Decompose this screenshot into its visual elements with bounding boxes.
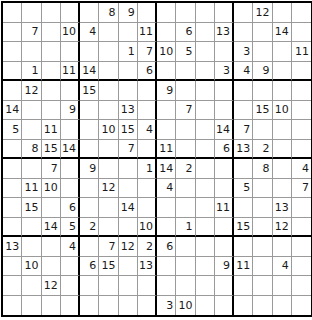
- cell-r15-c1[interactable]: [3, 276, 22, 296]
- cell-r7-c13[interactable]: 7: [234, 120, 253, 140]
- cell-r16-c12[interactable]: [215, 296, 234, 316]
- cell-r10-c10[interactable]: [176, 179, 195, 199]
- cell-r1-c12[interactable]: [215, 3, 234, 23]
- cell-r3-c4[interactable]: [61, 42, 80, 62]
- cell-r4-c5[interactable]: 14: [80, 62, 99, 82]
- cell-r9-c12[interactable]: [215, 159, 234, 179]
- cell-r3-c16[interactable]: 11: [292, 42, 311, 62]
- cell-r2-c11[interactable]: [196, 23, 215, 43]
- cell-r1-c10[interactable]: [176, 3, 195, 23]
- cell-r11-c12[interactable]: 11: [215, 198, 234, 218]
- cell-r10-c3[interactable]: 10: [42, 179, 61, 199]
- cell-r15-c6[interactable]: [99, 276, 118, 296]
- cell-r14-c15[interactable]: 4: [273, 257, 292, 277]
- cell-r8-c9[interactable]: 11: [157, 140, 176, 160]
- cell-r2-c4[interactable]: 10: [61, 23, 80, 43]
- cell-r13-c11[interactable]: [196, 237, 215, 257]
- cell-r15-c10[interactable]: [176, 276, 195, 296]
- cell-r4-c13[interactable]: 4: [234, 62, 253, 82]
- cell-r9-c7[interactable]: [119, 159, 138, 179]
- cell-r6-c8[interactable]: [138, 101, 157, 121]
- cell-r10-c5[interactable]: [80, 179, 99, 199]
- cell-r12-c5[interactable]: 2: [80, 218, 99, 238]
- cell-r2-c5[interactable]: 4: [80, 23, 99, 43]
- cell-r11-c10[interactable]: [176, 198, 195, 218]
- cell-r1-c5[interactable]: [80, 3, 99, 23]
- cell-r16-c16[interactable]: [292, 296, 311, 316]
- cell-r12-c8[interactable]: 10: [138, 218, 157, 238]
- cell-r1-c11[interactable]: [196, 3, 215, 23]
- cell-r2-c2[interactable]: 7: [22, 23, 41, 43]
- cell-r10-c15[interactable]: [273, 179, 292, 199]
- cell-r9-c6[interactable]: [99, 159, 118, 179]
- cell-r12-c6[interactable]: [99, 218, 118, 238]
- cell-r3-c7[interactable]: 1: [119, 42, 138, 62]
- cell-r14-c8[interactable]: 13: [138, 257, 157, 277]
- cell-r5-c16[interactable]: [292, 81, 311, 101]
- cell-r6-c13[interactable]: [234, 101, 253, 121]
- cell-r8-c6[interactable]: [99, 140, 118, 160]
- cell-r5-c10[interactable]: [176, 81, 195, 101]
- cell-r10-c13[interactable]: 5: [234, 179, 253, 199]
- cell-r16-c10[interactable]: 10: [176, 296, 195, 316]
- cell-r9-c3[interactable]: 7: [42, 159, 61, 179]
- cell-r4-c12[interactable]: 3: [215, 62, 234, 82]
- cell-r5-c3[interactable]: [42, 81, 61, 101]
- cell-r15-c8[interactable]: [138, 276, 157, 296]
- cell-r6-c6[interactable]: [99, 101, 118, 121]
- cell-r3-c2[interactable]: [22, 42, 41, 62]
- cell-r11-c8[interactable]: [138, 198, 157, 218]
- cell-r7-c14[interactable]: [253, 120, 272, 140]
- cell-r6-c3[interactable]: [42, 101, 61, 121]
- cell-r9-c15[interactable]: [273, 159, 292, 179]
- cell-r16-c1[interactable]: [3, 296, 22, 316]
- cell-r5-c15[interactable]: [273, 81, 292, 101]
- cell-r16-c15[interactable]: [273, 296, 292, 316]
- cell-r3-c5[interactable]: [80, 42, 99, 62]
- cell-r3-c10[interactable]: 5: [176, 42, 195, 62]
- cell-r12-c4[interactable]: 5: [61, 218, 80, 238]
- cell-r15-c12[interactable]: [215, 276, 234, 296]
- cell-r14-c5[interactable]: 6: [80, 257, 99, 277]
- cell-r11-c11[interactable]: [196, 198, 215, 218]
- cell-r2-c14[interactable]: [253, 23, 272, 43]
- cell-r1-c15[interactable]: [273, 3, 292, 23]
- cell-r14-c6[interactable]: 15: [99, 257, 118, 277]
- cell-r3-c8[interactable]: 7: [138, 42, 157, 62]
- cell-r10-c16[interactable]: 7: [292, 179, 311, 199]
- cell-r9-c8[interactable]: 1: [138, 159, 157, 179]
- cell-r16-c14[interactable]: [253, 296, 272, 316]
- cell-r2-c13[interactable]: [234, 23, 253, 43]
- cell-r13-c16[interactable]: [292, 237, 311, 257]
- cell-r12-c12[interactable]: [215, 218, 234, 238]
- cell-r15-c11[interactable]: [196, 276, 215, 296]
- cell-r12-c1[interactable]: [3, 218, 22, 238]
- cell-r14-c11[interactable]: [196, 257, 215, 277]
- cell-r9-c1[interactable]: [3, 159, 22, 179]
- cell-r11-c3[interactable]: [42, 198, 61, 218]
- cell-r7-c15[interactable]: [273, 120, 292, 140]
- cell-r5-c9[interactable]: 9: [157, 81, 176, 101]
- cell-r8-c4[interactable]: 14: [61, 140, 80, 160]
- cell-r1-c9[interactable]: [157, 3, 176, 23]
- cell-r7-c2[interactable]: [22, 120, 41, 140]
- cell-r12-c16[interactable]: [292, 218, 311, 238]
- cell-r4-c3[interactable]: [42, 62, 61, 82]
- cell-r6-c1[interactable]: 14: [3, 101, 22, 121]
- cell-r14-c4[interactable]: [61, 257, 80, 277]
- cell-r9-c2[interactable]: [22, 159, 41, 179]
- cell-r15-c7[interactable]: [119, 276, 138, 296]
- cell-r10-c14[interactable]: [253, 179, 272, 199]
- cell-r2-c3[interactable]: [42, 23, 61, 43]
- cell-r16-c3[interactable]: [42, 296, 61, 316]
- cell-r6-c10[interactable]: 7: [176, 101, 195, 121]
- cell-r4-c1[interactable]: [3, 62, 22, 82]
- cell-r10-c7[interactable]: [119, 179, 138, 199]
- sudoku-page: 8912710411613141710531111114634912159149…: [0, 0, 312, 320]
- cell-r7-c8[interactable]: 4: [138, 120, 157, 140]
- cell-r12-c9[interactable]: [157, 218, 176, 238]
- cell-r5-c4[interactable]: [61, 81, 80, 101]
- cell-r16-c6[interactable]: [99, 296, 118, 316]
- cell-r8-c11[interactable]: [196, 140, 215, 160]
- cell-r15-c14[interactable]: [253, 276, 272, 296]
- cell-r1-c14[interactable]: 12: [253, 3, 272, 23]
- cell-r15-c15[interactable]: [273, 276, 292, 296]
- cell-r2-c10[interactable]: 6: [176, 23, 195, 43]
- cell-r16-c4[interactable]: [61, 296, 80, 316]
- cell-r3-c11[interactable]: [196, 42, 215, 62]
- cell-r4-c4[interactable]: 11: [61, 62, 80, 82]
- cell-r6-c9[interactable]: [157, 101, 176, 121]
- cell-r5-c2[interactable]: 12: [22, 81, 41, 101]
- cell-r4-c10[interactable]: [176, 62, 195, 82]
- cell-r1-c3[interactable]: [42, 3, 61, 23]
- cell-r11-c2[interactable]: 15: [22, 198, 41, 218]
- cell-r10-c1[interactable]: [3, 179, 22, 199]
- cell-r4-c15[interactable]: [273, 62, 292, 82]
- cell-r11-c5[interactable]: [80, 198, 99, 218]
- cell-r13-c14[interactable]: [253, 237, 272, 257]
- cell-r5-c11[interactable]: [196, 81, 215, 101]
- cell-r13-c1[interactable]: 13: [3, 237, 22, 257]
- cell-r5-c5[interactable]: 15: [80, 81, 99, 101]
- cell-r14-c3[interactable]: [42, 257, 61, 277]
- cell-r8-c12[interactable]: 6: [215, 140, 234, 160]
- cell-r8-c16[interactable]: [292, 140, 311, 160]
- cell-r2-c6[interactable]: [99, 23, 118, 43]
- cell-r14-c13[interactable]: 11: [234, 257, 253, 277]
- cell-r14-c16[interactable]: [292, 257, 311, 277]
- cell-r15-c5[interactable]: [80, 276, 99, 296]
- cell-r10-c11[interactable]: [196, 179, 215, 199]
- cell-r16-c13[interactable]: [234, 296, 253, 316]
- cell-r13-c4[interactable]: 4: [61, 237, 80, 257]
- cell-r16-c9[interactable]: 3: [157, 296, 176, 316]
- cell-r7-c9[interactable]: [157, 120, 176, 140]
- cell-r14-c12[interactable]: 9: [215, 257, 234, 277]
- cell-r5-c14[interactable]: [253, 81, 272, 101]
- cell-r11-c4[interactable]: 6: [61, 198, 80, 218]
- cell-r3-c3[interactable]: [42, 42, 61, 62]
- cell-r10-c4[interactable]: [61, 179, 80, 199]
- cell-r16-c7[interactable]: [119, 296, 138, 316]
- cell-r14-c7[interactable]: [119, 257, 138, 277]
- cell-r13-c8[interactable]: 2: [138, 237, 157, 257]
- cell-r3-c12[interactable]: [215, 42, 234, 62]
- cell-r9-c5[interactable]: 9: [80, 159, 99, 179]
- cell-r10-c8[interactable]: [138, 179, 157, 199]
- cell-r10-c6[interactable]: 12: [99, 179, 118, 199]
- cell-r13-c13[interactable]: [234, 237, 253, 257]
- cell-r7-c3[interactable]: 11: [42, 120, 61, 140]
- cell-r7-c7[interactable]: 15: [119, 120, 138, 140]
- cell-r13-c7[interactable]: 12: [119, 237, 138, 257]
- cell-r6-c4[interactable]: 9: [61, 101, 80, 121]
- cell-r8-c7[interactable]: 7: [119, 140, 138, 160]
- cell-r15-c4[interactable]: [61, 276, 80, 296]
- cell-r7-c12[interactable]: 14: [215, 120, 234, 140]
- cell-r11-c9[interactable]: [157, 198, 176, 218]
- cell-r8-c10[interactable]: [176, 140, 195, 160]
- cell-r6-c11[interactable]: [196, 101, 215, 121]
- cell-r1-c13[interactable]: [234, 3, 253, 23]
- cell-r9-c4[interactable]: [61, 159, 80, 179]
- cell-r6-c14[interactable]: 15: [253, 101, 272, 121]
- cell-r12-c14[interactable]: [253, 218, 272, 238]
- cell-r2-c15[interactable]: 14: [273, 23, 292, 43]
- cell-r5-c7[interactable]: [119, 81, 138, 101]
- cell-r13-c12[interactable]: [215, 237, 234, 257]
- cell-r8-c2[interactable]: 8: [22, 140, 41, 160]
- cell-r7-c4[interactable]: [61, 120, 80, 140]
- cell-r16-c8[interactable]: [138, 296, 157, 316]
- cell-r2-c9[interactable]: [157, 23, 176, 43]
- cell-r2-c7[interactable]: [119, 23, 138, 43]
- cell-r16-c11[interactable]: [196, 296, 215, 316]
- cell-r12-c10[interactable]: 1: [176, 218, 195, 238]
- cell-r10-c2[interactable]: 11: [22, 179, 41, 199]
- cell-r4-c6[interactable]: [99, 62, 118, 82]
- cell-r6-c16[interactable]: [292, 101, 311, 121]
- cell-r8-c3[interactable]: 15: [42, 140, 61, 160]
- cell-r8-c15[interactable]: [273, 140, 292, 160]
- cell-r10-c9[interactable]: 4: [157, 179, 176, 199]
- cell-r3-c1[interactable]: [3, 42, 22, 62]
- cell-r15-c13[interactable]: [234, 276, 253, 296]
- cell-r3-c9[interactable]: 10: [157, 42, 176, 62]
- cell-r1-c8[interactable]: [138, 3, 157, 23]
- cell-r13-c2[interactable]: [22, 237, 41, 257]
- cell-r8-c1[interactable]: [3, 140, 22, 160]
- cell-r15-c2[interactable]: [22, 276, 41, 296]
- cell-r14-c2[interactable]: 10: [22, 257, 41, 277]
- cell-r7-c5[interactable]: [80, 120, 99, 140]
- cell-r6-c7[interactable]: 13: [119, 101, 138, 121]
- cell-r12-c13[interactable]: 15: [234, 218, 253, 238]
- cell-r13-c10[interactable]: [176, 237, 195, 257]
- cell-r4-c7[interactable]: [119, 62, 138, 82]
- cell-r16-c2[interactable]: [22, 296, 41, 316]
- cell-r7-c6[interactable]: 10: [99, 120, 118, 140]
- cell-r13-c3[interactable]: [42, 237, 61, 257]
- cell-r4-c16[interactable]: [292, 62, 311, 82]
- cell-r11-c7[interactable]: 14: [119, 198, 138, 218]
- cell-r4-c9[interactable]: [157, 62, 176, 82]
- cell-r11-c6[interactable]: [99, 198, 118, 218]
- cell-r1-c2[interactable]: [22, 3, 41, 23]
- cell-r11-c1[interactable]: [3, 198, 22, 218]
- cell-r1-c1[interactable]: [3, 3, 22, 23]
- cell-r11-c13[interactable]: [234, 198, 253, 218]
- cell-r6-c12[interactable]: [215, 101, 234, 121]
- cell-r7-c1[interactable]: 5: [3, 120, 22, 140]
- cell-r5-c6[interactable]: [99, 81, 118, 101]
- cell-r12-c3[interactable]: 14: [42, 218, 61, 238]
- cell-r8-c13[interactable]: 13: [234, 140, 253, 160]
- cell-r1-c7[interactable]: 9: [119, 3, 138, 23]
- cell-r1-c4[interactable]: [61, 3, 80, 23]
- cell-r4-c2[interactable]: 1: [22, 62, 41, 82]
- cell-r13-c5[interactable]: [80, 237, 99, 257]
- cell-r2-c1[interactable]: [3, 23, 22, 43]
- cell-r5-c13[interactable]: [234, 81, 253, 101]
- cell-r2-c16[interactable]: [292, 23, 311, 43]
- cell-r7-c11[interactable]: [196, 120, 215, 140]
- cell-r9-c11[interactable]: [196, 159, 215, 179]
- cell-r3-c6[interactable]: [99, 42, 118, 62]
- cell-r9-c13[interactable]: [234, 159, 253, 179]
- cell-r9-c16[interactable]: 4: [292, 159, 311, 179]
- cell-r14-c14[interactable]: [253, 257, 272, 277]
- cell-r12-c2[interactable]: [22, 218, 41, 238]
- cell-r9-c14[interactable]: 8: [253, 159, 272, 179]
- cell-r14-c9[interactable]: [157, 257, 176, 277]
- cell-r6-c5[interactable]: [80, 101, 99, 121]
- cell-r6-c15[interactable]: 10: [273, 101, 292, 121]
- cell-r13-c9[interactable]: 6: [157, 237, 176, 257]
- cell-r2-c8[interactable]: 11: [138, 23, 157, 43]
- cell-r12-c11[interactable]: [196, 218, 215, 238]
- cell-r9-c9[interactable]: 14: [157, 159, 176, 179]
- cell-r4-c14[interactable]: 9: [253, 62, 272, 82]
- cell-r5-c1[interactable]: [3, 81, 22, 101]
- cell-r3-c14[interactable]: [253, 42, 272, 62]
- cell-r11-c15[interactable]: 13: [273, 198, 292, 218]
- cell-r11-c14[interactable]: [253, 198, 272, 218]
- cell-r15-c16[interactable]: [292, 276, 311, 296]
- cell-r14-c10[interactable]: [176, 257, 195, 277]
- cell-r4-c8[interactable]: 6: [138, 62, 157, 82]
- cell-r3-c15[interactable]: [273, 42, 292, 62]
- cell-r16-c5[interactable]: [80, 296, 99, 316]
- cell-r5-c12[interactable]: [215, 81, 234, 101]
- cell-r8-c14[interactable]: 2: [253, 140, 272, 160]
- cell-r11-c16[interactable]: [292, 198, 311, 218]
- cell-r15-c9[interactable]: [157, 276, 176, 296]
- cell-r12-c7[interactable]: [119, 218, 138, 238]
- cell-r15-c3[interactable]: 12: [42, 276, 61, 296]
- sudoku-board: 8912710411613141710531111114634912159149…: [1, 1, 312, 317]
- cell-r3-c13[interactable]: 3: [234, 42, 253, 62]
- cell-r4-c11[interactable]: [196, 62, 215, 82]
- cell-r6-c2[interactable]: [22, 101, 41, 121]
- cell-r1-c6[interactable]: 8: [99, 3, 118, 23]
- cell-r8-c8[interactable]: [138, 140, 157, 160]
- cell-r13-c15[interactable]: [273, 237, 292, 257]
- cell-r10-c12[interactable]: [215, 179, 234, 199]
- cell-r8-c5[interactable]: [80, 140, 99, 160]
- cell-r13-c6[interactable]: 7: [99, 237, 118, 257]
- cell-r7-c10[interactable]: [176, 120, 195, 140]
- cell-r1-c16[interactable]: [292, 3, 311, 23]
- cell-r14-c1[interactable]: [3, 257, 22, 277]
- cell-r2-c12[interactable]: 13: [215, 23, 234, 43]
- cell-r5-c8[interactable]: [138, 81, 157, 101]
- cell-r9-c10[interactable]: 2: [176, 159, 195, 179]
- cell-r12-c15[interactable]: 12: [273, 218, 292, 238]
- cell-r7-c16[interactable]: [292, 120, 311, 140]
